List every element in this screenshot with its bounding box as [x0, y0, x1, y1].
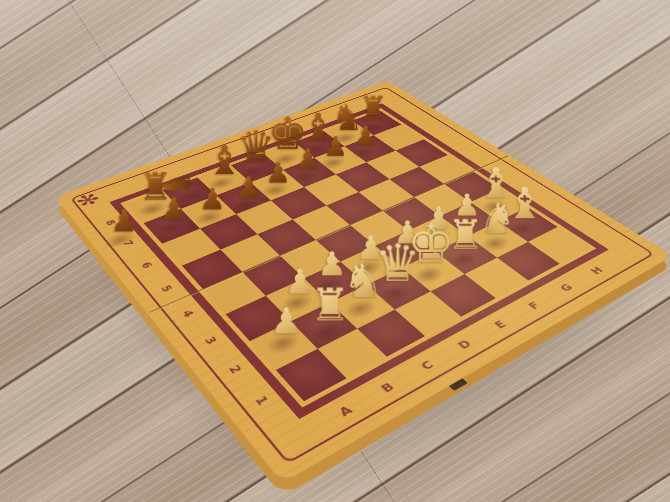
square-h6: [396, 139, 448, 166]
file-labels: ABCDEFGH: [55, 81, 388, 197]
square-c7: [216, 182, 271, 214]
photo-canvas: ✻ 87654321 ABCDEFGH ♜♞♝♛♚♝♞♜♟♟♟♟♟♟♟♟♟♜♟♞…: [0, 0, 670, 502]
square-d8: [231, 153, 283, 182]
square-f7: [314, 146, 366, 174]
square-h7: [373, 125, 423, 151]
square-b8: [163, 178, 217, 209]
square-e8: [263, 142, 314, 170]
chess-board: ✻ 87654321 ABCDEFGH ♜♞♝♛♚♝♞♜♟♟♟♟♟♟♟♟♟♜♟♞…: [55, 81, 670, 483]
square-d7: [250, 170, 304, 201]
rank-labels: 87654321: [55, 81, 388, 197]
square-c8: [198, 165, 251, 195]
square-g7: [345, 135, 396, 162]
square-f6: [336, 162, 390, 192]
square-e7: [283, 158, 336, 187]
black-pawn-glyph: ♟: [92, 205, 156, 236]
square-f5: [359, 179, 414, 211]
square-d6: [271, 187, 326, 219]
square-b7: [181, 195, 236, 228]
square-e6: [304, 174, 359, 205]
square-g8: [324, 121, 374, 147]
white-pawn-glyph: ♟: [249, 303, 322, 339]
square-f8: [294, 131, 344, 158]
scene: ✻ 87654321 ABCDEFGH ♜♞♝♛♚♝♞♜♟♟♟♟♟♟♟♟♟♜♟♞…: [0, 0, 670, 502]
square-g6: [366, 151, 419, 180]
square-g5: [390, 167, 445, 197]
square-h8: [352, 111, 401, 136]
square-h5: [419, 155, 473, 184]
